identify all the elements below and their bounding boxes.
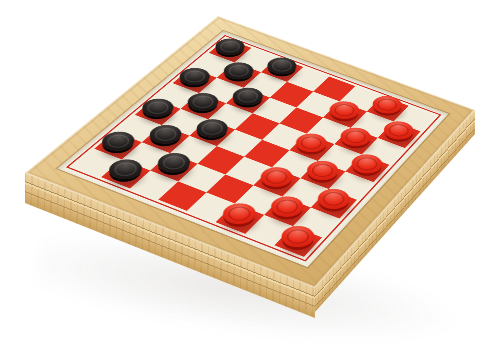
checkers-set-photo	[0, 0, 500, 344]
